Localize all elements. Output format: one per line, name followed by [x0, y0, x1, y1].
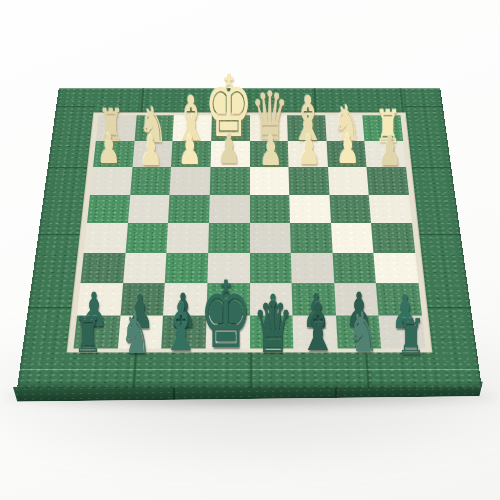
square: [371, 223, 415, 253]
square: [163, 283, 207, 315]
square: [331, 223, 374, 253]
square: [250, 223, 291, 253]
square: [365, 141, 406, 167]
frame-seams: [17, 352, 482, 388]
square: [250, 115, 288, 140]
square: [170, 167, 211, 194]
square: [289, 167, 330, 194]
square: [73, 315, 120, 348]
square: [292, 283, 336, 315]
square: [250, 253, 292, 284]
square: [250, 141, 289, 167]
square: [132, 141, 173, 167]
square: [293, 315, 338, 348]
square: [290, 223, 332, 253]
square: [210, 167, 250, 194]
square: [206, 283, 249, 315]
square: [90, 167, 132, 194]
square: [128, 195, 170, 223]
frame-seams: [55, 88, 443, 113]
square: [369, 195, 412, 223]
square: [325, 115, 365, 140]
square: [165, 253, 208, 284]
square: [208, 223, 249, 253]
square: [367, 167, 409, 194]
square: [130, 167, 171, 194]
square: [250, 167, 290, 194]
square: [81, 253, 126, 284]
chess-board: [17, 88, 482, 388]
square: [207, 253, 249, 284]
square: [326, 141, 367, 167]
square: [329, 195, 371, 223]
square: [332, 253, 376, 284]
square: [125, 223, 168, 253]
square: [336, 315, 382, 348]
square: [120, 283, 165, 315]
square: [289, 195, 330, 223]
square: [250, 195, 291, 223]
square: [379, 315, 426, 348]
square: [211, 115, 249, 140]
square: [209, 195, 250, 223]
product-photo: ♜♞♝♚♛♝♞♜♟♟♟♟♟♟♟♟♟♟♟♟♟♟♟♟♜♞♝♚♛♝♞♜: [0, 0, 500, 500]
square: [291, 253, 334, 284]
square: [376, 283, 422, 315]
square: [77, 283, 123, 315]
square: [288, 141, 328, 167]
square: [123, 253, 167, 284]
square: [84, 223, 128, 253]
square: [250, 283, 293, 315]
square: [161, 315, 206, 348]
square: [93, 141, 134, 167]
square: [210, 141, 249, 167]
square: [87, 195, 130, 223]
square: [134, 115, 174, 140]
square: [167, 223, 209, 253]
square: [96, 115, 136, 140]
square: [171, 141, 211, 167]
square: [250, 315, 294, 348]
square: [173, 115, 212, 140]
square: [334, 283, 379, 315]
square: [287, 115, 326, 140]
square: [117, 315, 163, 348]
square: [328, 167, 369, 194]
square: [168, 195, 209, 223]
square: [363, 115, 403, 140]
board-squares: [68, 113, 432, 352]
square: [205, 315, 249, 348]
square: [374, 253, 419, 284]
